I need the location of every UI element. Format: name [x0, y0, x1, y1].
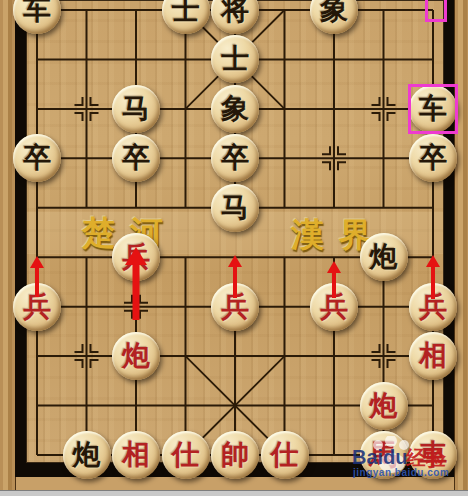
xiangqi-board-screenshot: 楚河 漢界 车士将象士马象车卒卒卒卒马兵炮兵兵兵兵炮相炮炮相仕帥仕馬車 Baid…: [0, 0, 468, 496]
move-arrows: [0, 0, 468, 496]
